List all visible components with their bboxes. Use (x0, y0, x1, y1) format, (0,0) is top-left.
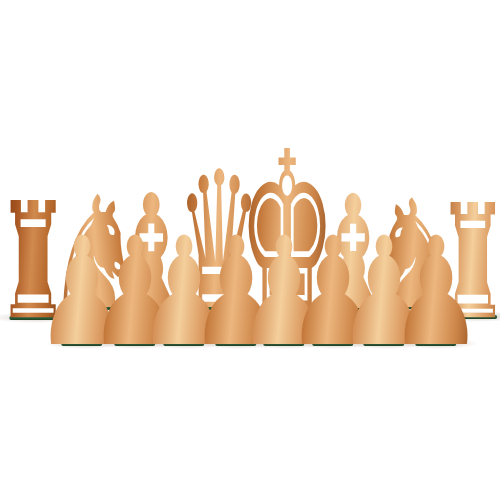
piece-pawn: ♟ (369, 217, 500, 345)
pawn-glyph: ♟ (389, 217, 483, 367)
photo-canvas: ♜♞♝♛♚♝♞♜♟♟♟♟♟♟♟♟ (0, 0, 500, 500)
